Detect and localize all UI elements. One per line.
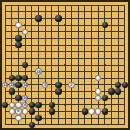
move-number: 14 <box>23 83 27 87</box>
black-stone <box>35 15 41 21</box>
white-stone <box>15 102 21 108</box>
white-stone-numbered: 10 <box>22 95 28 101</box>
white-stone <box>22 108 28 114</box>
black-stone <box>29 108 35 114</box>
stones-layer: 16121814421068 <box>2 2 128 128</box>
white-stone <box>9 108 15 114</box>
black-stone <box>115 82 121 88</box>
white-stone <box>95 95 101 101</box>
white-stone <box>95 88 101 94</box>
black-stone <box>15 82 21 88</box>
go-diagram[interactable]: 16121814421068 <box>0 0 130 130</box>
white-stone <box>15 115 21 121</box>
black-stone <box>35 102 41 108</box>
white-stone <box>22 29 28 35</box>
black-stone <box>2 102 8 108</box>
black-stone <box>122 82 128 88</box>
black-stone <box>102 108 108 114</box>
move-number: 16 <box>36 70 40 74</box>
move-number: 18 <box>10 83 14 87</box>
white-stone-numbered: 8 <box>15 108 21 114</box>
white-stone-numbered: 2 <box>68 82 74 88</box>
black-stone <box>49 102 55 108</box>
black-stone <box>15 95 21 101</box>
white-stone <box>95 75 101 81</box>
black-stone <box>108 88 114 94</box>
black-stone <box>22 62 28 68</box>
go-board: 16121814421068 <box>2 2 128 128</box>
black-stone <box>15 75 21 81</box>
black-stone <box>15 42 21 48</box>
black-stone <box>82 108 88 114</box>
white-stone-numbered: 6 <box>22 102 28 108</box>
move-number: 4 <box>44 83 46 87</box>
black-stone <box>55 88 61 94</box>
white-stone <box>95 108 101 114</box>
black-stone <box>35 115 41 121</box>
black-stone <box>55 15 61 21</box>
black-stone <box>9 75 15 81</box>
black-stone <box>55 82 61 88</box>
white-stone-numbered: 12 <box>2 82 8 88</box>
black-stone <box>102 95 108 101</box>
black-stone <box>15 35 21 41</box>
black-stone <box>115 88 121 94</box>
white-stone-numbered: 14 <box>22 82 28 88</box>
white-stone-numbered: 16 <box>35 68 41 74</box>
go-board-frame: 16121814421068 <box>0 0 130 130</box>
black-stone <box>29 102 35 108</box>
move-number: 10 <box>23 96 27 100</box>
white-stone <box>9 102 15 108</box>
move-number: 6 <box>24 103 26 107</box>
white-stone-numbered: 4 <box>42 82 48 88</box>
move-number: 12 <box>3 83 7 87</box>
move-number: 8 <box>18 110 20 114</box>
black-stone <box>49 108 55 114</box>
black-stone <box>29 122 35 128</box>
black-stone <box>9 88 15 94</box>
white-stone-numbered: 18 <box>9 82 15 88</box>
black-stone <box>102 22 108 28</box>
white-stone <box>88 108 94 114</box>
black-stone <box>22 75 28 81</box>
move-number: 2 <box>71 83 73 87</box>
white-stone <box>15 22 21 28</box>
